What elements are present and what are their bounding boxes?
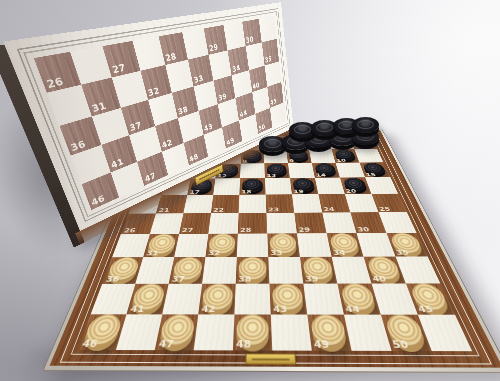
square-37: 37 [169, 257, 206, 284]
square-number: 18 [241, 190, 251, 195]
square-33: 33 [267, 233, 300, 257]
square-19: 19 [290, 178, 318, 195]
square-48: 48 [233, 314, 272, 350]
square-9: 9 [286, 150, 311, 164]
square-number: 41 [129, 305, 145, 314]
square-number: 33 [270, 250, 282, 257]
square-number: 29 [298, 227, 310, 233]
square-number: 34 [332, 249, 346, 256]
square-31: 31 [143, 234, 179, 257]
square-number: 27 [181, 227, 193, 233]
light-square [288, 163, 315, 178]
square-number: 28 [240, 227, 251, 233]
square-number: 25 [378, 206, 391, 211]
square-23: 23 [266, 194, 295, 213]
square-number: 39 [305, 275, 319, 283]
square-28: 28 [238, 213, 268, 234]
square-number: 42 [201, 305, 216, 314]
light-square [240, 163, 265, 178]
light-square [213, 178, 240, 195]
square-32: 32 [205, 234, 237, 257]
square-47: 47 [155, 314, 198, 350]
square-number: 48 [236, 339, 251, 349]
light-square [183, 195, 213, 213]
square-13: 13 [264, 163, 290, 178]
square-number: 24 [323, 207, 335, 212]
square-number: 40 [372, 275, 387, 283]
light-square [208, 213, 238, 234]
square-number: 44 [345, 305, 361, 314]
square-number: 47 [158, 339, 175, 349]
square-number: 35 [395, 249, 410, 256]
light-square [239, 195, 267, 213]
square-number: 38 [238, 275, 251, 283]
square-number: 32 [208, 250, 221, 257]
square-number: 26 [123, 228, 136, 234]
light-square [265, 178, 292, 195]
square-38: 38 [236, 257, 270, 284]
square-number: 23 [268, 207, 279, 212]
square-number: 30 [357, 227, 370, 233]
square-number: 20 [345, 189, 357, 194]
photo-backdrop: 1234567891011121314151617181920212223242… [0, 0, 500, 381]
light-square [174, 234, 208, 257]
square-number: 49 [313, 339, 330, 350]
square-number: 19 [293, 189, 304, 194]
light-square [266, 213, 297, 234]
light-square [150, 213, 183, 234]
square-22: 22 [211, 195, 239, 213]
light-square [271, 315, 312, 351]
light-square [264, 150, 288, 164]
square-number: 21 [158, 208, 170, 213]
square-number: 43 [273, 305, 287, 314]
square-29: 29 [294, 213, 326, 234]
brand-plaque-flat-board [245, 353, 296, 364]
square-42: 42 [198, 284, 235, 315]
spare-black-piece [352, 117, 379, 133]
square-18: 18 [239, 178, 265, 195]
square-number: 31 [146, 250, 160, 257]
square-number: 22 [213, 207, 224, 212]
light-square [234, 284, 270, 315]
light-square [292, 194, 322, 213]
light-square [268, 257, 303, 284]
light-square [162, 284, 202, 315]
square-number: 37 [171, 275, 185, 283]
square-number: 50 [391, 339, 410, 350]
square-27: 27 [179, 213, 211, 234]
square-number: 36 [105, 275, 120, 283]
square-number: 46 [81, 339, 99, 349]
square-43: 43 [269, 284, 307, 315]
light-square [194, 314, 235, 350]
light-square [237, 233, 268, 256]
square-number: 17 [189, 190, 200, 195]
light-square [202, 257, 237, 284]
